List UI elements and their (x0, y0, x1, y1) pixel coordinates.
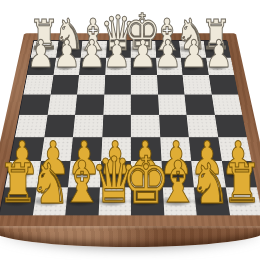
piece-black-pawn-b7[interactable]: ♟ (53, 35, 81, 73)
piece-black-pawn-h7[interactable]: ♟ (205, 35, 233, 73)
piece-black-pawn-f7[interactable]: ♟ (154, 35, 182, 73)
piece-black-pawn-e7[interactable]: ♟ (129, 35, 157, 73)
piece-white-rook-h1[interactable]: ♜ (223, 157, 260, 211)
pieces-layer: ♜♞♝♛♚♝♞♜♟♟♟♟♟♟♟♟♟♟♟♟♟♟♟♟♜♞♝♛♚♝♞♜ (0, 0, 260, 260)
chess-scene: ♜♞♝♛♚♝♞♜♟♟♟♟♟♟♟♟♟♟♟♟♟♟♟♟♜♞♝♛♚♝♞♜ (0, 0, 260, 260)
piece-black-pawn-d7[interactable]: ♟ (103, 35, 131, 73)
piece-black-pawn-a7[interactable]: ♟ (27, 35, 55, 73)
piece-black-pawn-g7[interactable]: ♟ (180, 35, 208, 73)
piece-black-pawn-c7[interactable]: ♟ (78, 35, 106, 73)
